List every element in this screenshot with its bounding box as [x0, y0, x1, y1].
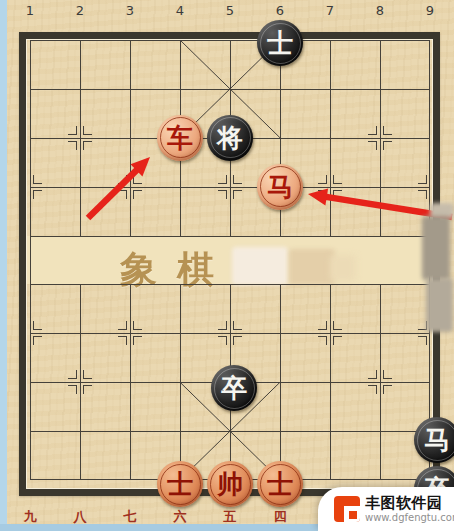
- file-label-top: 9: [426, 3, 434, 18]
- marker-corner: [333, 336, 342, 345]
- marker-corner: [383, 126, 392, 135]
- piece-glyph: 马: [424, 427, 450, 453]
- piece-glyph: 士: [267, 471, 293, 497]
- file-label-top: 6: [276, 3, 284, 18]
- piece-glyph: 士: [167, 471, 193, 497]
- marker-corner: [133, 336, 142, 345]
- marker-corner: [368, 370, 377, 379]
- page-edge-left: [0, 0, 7, 531]
- board-cell: [380, 40, 430, 89]
- point-marker: [218, 321, 242, 345]
- piece-red-advisor-right[interactable]: 士: [257, 461, 303, 507]
- marker-corner: [133, 321, 142, 330]
- piece-glyph: 车: [167, 125, 193, 151]
- piece-red-general[interactable]: 帅: [207, 461, 253, 507]
- marker-corner: [68, 126, 77, 135]
- logo-title: 丰图软件园: [365, 495, 454, 512]
- point-marker: [68, 370, 92, 394]
- marker-corner: [233, 175, 242, 184]
- board-cell: [30, 40, 80, 89]
- piece-black-soldier[interactable]: 卒: [211, 365, 257, 411]
- board-cell: [230, 236, 280, 285]
- file-label-top: 7: [326, 3, 334, 18]
- board-cell: [280, 236, 330, 285]
- marker-corner: [383, 141, 392, 150]
- marker-corner: [318, 321, 327, 330]
- piece-black-advisor[interactable]: 士: [257, 20, 303, 66]
- marker-corner: [133, 190, 142, 199]
- file-label-top: 5: [226, 3, 234, 18]
- marker-corner: [68, 370, 77, 379]
- marker-corner: [368, 141, 377, 150]
- point-marker: [68, 126, 92, 150]
- file-label-top: 2: [76, 3, 84, 18]
- marker-corner: [333, 175, 342, 184]
- board-cell: [130, 236, 180, 285]
- piece-black-general[interactable]: 将: [207, 115, 253, 161]
- marker-corner: [418, 190, 427, 199]
- board-cell: [80, 431, 130, 480]
- file-label-top: 8: [376, 3, 384, 18]
- marker-corner: [33, 175, 42, 184]
- marker-corner: [218, 321, 227, 330]
- blurred-sidebar-patch: [426, 278, 453, 332]
- board-cell: [280, 382, 330, 431]
- marker-corner: [118, 190, 127, 199]
- point-marker: [318, 175, 342, 199]
- board-cell: [280, 89, 330, 138]
- marker-corner: [233, 190, 242, 199]
- board-cell: [130, 40, 180, 89]
- piece-red-horse[interactable]: 马: [257, 164, 303, 210]
- piece-red-chariot[interactable]: 车: [157, 115, 203, 161]
- piece-glyph: 马: [267, 174, 293, 200]
- marker-corner: [233, 336, 242, 345]
- point-marker: [318, 321, 342, 345]
- blurred-sidebar-patch: [422, 216, 450, 280]
- file-label-top: 3: [126, 3, 134, 18]
- piece-glyph: 将: [217, 125, 243, 151]
- marker-corner: [118, 321, 127, 330]
- piece-black-horse[interactable]: 马: [414, 417, 454, 463]
- file-label-top: 4: [176, 3, 184, 18]
- point-marker: [118, 175, 142, 199]
- marker-corner: [218, 190, 227, 199]
- marker-corner: [118, 175, 127, 184]
- marker-corner: [83, 126, 92, 135]
- board-cell: [330, 236, 380, 285]
- marker-corner: [368, 385, 377, 394]
- marker-corner: [318, 336, 327, 345]
- marker-corner: [333, 190, 342, 199]
- fengtu-logo-icon: [334, 496, 360, 522]
- marker-corner: [383, 370, 392, 379]
- marker-corner: [233, 321, 242, 330]
- piece-glyph: 帅: [217, 471, 243, 497]
- board-cell: [30, 431, 80, 480]
- board-cell: [330, 40, 380, 89]
- xiangqi-board-screenshot: 象棋 123456789九八七六五四 士车将马卒马卒士帅士 丰图软件园 www.…: [0, 0, 454, 531]
- file-label-top: 1: [26, 3, 34, 18]
- marker-corner: [68, 385, 77, 394]
- marker-corner: [33, 321, 42, 330]
- board-grid: [30, 40, 430, 480]
- marker-corner: [383, 385, 392, 394]
- piece-red-advisor-left[interactable]: 士: [157, 461, 203, 507]
- marker-corner: [33, 336, 42, 345]
- point-marker: [418, 175, 442, 199]
- board-cell: [130, 382, 180, 431]
- marker-corner: [133, 175, 142, 184]
- marker-corner: [368, 126, 377, 135]
- piece-glyph: 卒: [221, 375, 247, 401]
- marker-corner: [83, 370, 92, 379]
- marker-corner: [33, 190, 42, 199]
- marker-corner: [68, 141, 77, 150]
- board-cell: [80, 236, 130, 285]
- board-cell: [30, 236, 80, 285]
- marker-corner: [218, 336, 227, 345]
- board-cell: [80, 40, 130, 89]
- marker-corner: [318, 175, 327, 184]
- marker-corner: [118, 336, 127, 345]
- point-marker: [368, 126, 392, 150]
- point-marker: [368, 370, 392, 394]
- board-cell: [180, 236, 230, 285]
- marker-corner: [318, 190, 327, 199]
- marker-corner: [83, 385, 92, 394]
- point-marker: [18, 321, 42, 345]
- marker-corner: [218, 175, 227, 184]
- marker-corner: [333, 321, 342, 330]
- marker-corner: [418, 336, 427, 345]
- marker-corner: [83, 141, 92, 150]
- point-marker: [218, 175, 242, 199]
- marker-corner: [418, 175, 427, 184]
- piece-glyph: 士: [267, 30, 293, 56]
- point-marker: [118, 321, 142, 345]
- point-marker: [18, 175, 42, 199]
- logo-url: www.dgfengtu.com: [365, 512, 454, 523]
- board-cell: [180, 40, 230, 89]
- board-cell: [330, 431, 380, 480]
- watermark-logo-card: 丰图软件园 www.dgfengtu.com: [318, 487, 454, 531]
